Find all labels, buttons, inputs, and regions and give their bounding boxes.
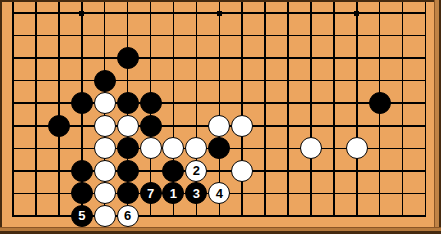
star-point bbox=[217, 11, 222, 16]
stone-white bbox=[231, 160, 253, 182]
stone-black bbox=[117, 137, 139, 159]
stone-white-move-2: 2 bbox=[185, 160, 207, 182]
move-number-label: 5 bbox=[78, 209, 85, 222]
stone-black bbox=[140, 115, 162, 137]
move-number-label: 3 bbox=[193, 186, 200, 199]
stone-black bbox=[208, 137, 230, 159]
stone-white bbox=[346, 137, 368, 159]
move-number-label: 2 bbox=[193, 164, 200, 177]
stone-black bbox=[71, 160, 93, 182]
board-frame-right bbox=[434, 0, 441, 234]
stone-black bbox=[71, 182, 93, 204]
star-point bbox=[79, 11, 84, 16]
stone-white-move-6: 6 bbox=[117, 205, 139, 227]
stone-black bbox=[117, 182, 139, 204]
stone-white bbox=[185, 137, 207, 159]
move-number-label: 6 bbox=[124, 209, 131, 222]
stone-white bbox=[94, 205, 116, 227]
board-frame-top bbox=[0, 0, 441, 2]
move-number-label: 7 bbox=[147, 186, 154, 199]
stone-black-move-5: 5 bbox=[71, 205, 93, 227]
move-number-label: 4 bbox=[216, 186, 223, 199]
stone-black bbox=[117, 47, 139, 69]
stone-black bbox=[369, 92, 391, 114]
stone-white bbox=[94, 182, 116, 204]
go-board: 2713456 bbox=[0, 0, 441, 234]
stone-white bbox=[94, 160, 116, 182]
stone-black bbox=[117, 160, 139, 182]
stone-black bbox=[94, 70, 116, 92]
stone-black bbox=[162, 160, 184, 182]
grid-hline bbox=[12, 80, 426, 82]
stone-white bbox=[94, 92, 116, 114]
stone-black-move-3: 3 bbox=[185, 182, 207, 204]
board-frame-left bbox=[0, 0, 2, 234]
star-point bbox=[354, 11, 359, 16]
stone-white bbox=[140, 137, 162, 159]
grid-hline bbox=[12, 35, 426, 37]
stone-white bbox=[117, 115, 139, 137]
stone-white-move-4: 4 bbox=[208, 182, 230, 204]
move-number-label: 1 bbox=[170, 186, 177, 199]
stone-black bbox=[48, 115, 70, 137]
stone-black bbox=[117, 92, 139, 114]
stone-white bbox=[94, 137, 116, 159]
stone-black-move-1: 1 bbox=[162, 182, 184, 204]
board-frame-bottom bbox=[0, 227, 441, 234]
stone-black bbox=[71, 92, 93, 114]
stone-white bbox=[300, 137, 322, 159]
stone-white bbox=[208, 115, 230, 137]
stone-white bbox=[94, 115, 116, 137]
stone-black bbox=[140, 92, 162, 114]
stone-white bbox=[231, 115, 253, 137]
stone-white bbox=[162, 137, 184, 159]
grid-hline bbox=[12, 57, 426, 59]
stone-black-move-7: 7 bbox=[140, 182, 162, 204]
